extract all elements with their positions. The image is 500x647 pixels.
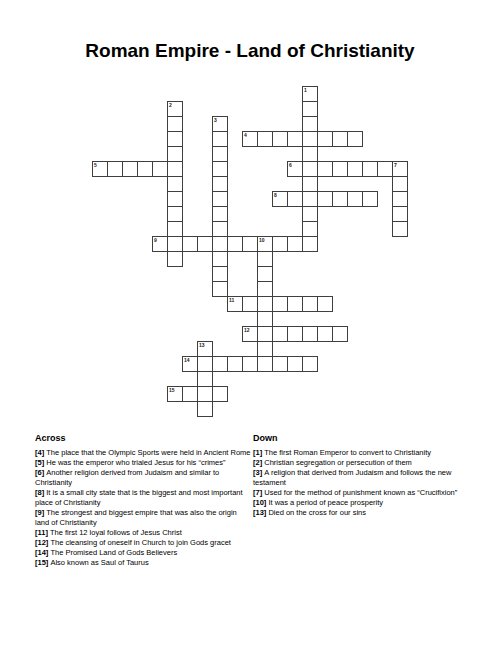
- clue-down-3: [3] A religion that derived from Judaism…: [253, 468, 469, 488]
- grid-cell-r7c15[interactable]: [317, 191, 333, 207]
- clue-text: It was a period of peace prosperity: [268, 498, 383, 507]
- grid-cell-r1c14[interactable]: [302, 101, 318, 117]
- grid-cell-r9c20[interactable]: [392, 221, 408, 237]
- grid-cell-r9c5[interactable]: [167, 221, 183, 237]
- clue-number: [12]: [35, 538, 50, 547]
- grid-cell-r5c16[interactable]: [332, 161, 348, 177]
- grid-cell-r18c6[interactable]: 14: [182, 356, 198, 372]
- clue-number: [1]: [253, 448, 264, 457]
- clue-text: The strongest and biggest empire that wa…: [35, 508, 237, 527]
- grid-cell-r3c12[interactable]: [272, 131, 288, 147]
- clue-down-1: [1] The first Roman Emperor to convert t…: [253, 448, 469, 458]
- clue-text: Used for the method of punishment known …: [264, 488, 457, 497]
- cell-number-11: 11: [229, 297, 234, 303]
- grid-cell-r14c11[interactable]: [257, 296, 273, 312]
- clue-across-5: [5] He was the emperor who trialed Jesus…: [35, 458, 251, 468]
- grid-cell-r20c7[interactable]: [197, 386, 213, 402]
- grid-cell-r7c18[interactable]: [362, 191, 378, 207]
- cell-number-3: 3: [214, 117, 217, 123]
- clue-text: Another religion derived from Judaism an…: [35, 468, 219, 487]
- clue-text: A religion that derived from Judaism and…: [253, 468, 451, 487]
- grid-cell-r6c8[interactable]: [212, 176, 228, 192]
- clue-down-7: [7] Used for the method of punishment kn…: [253, 488, 469, 498]
- grid-cell-r5c18[interactable]: [362, 161, 378, 177]
- cell-number-14: 14: [184, 357, 190, 363]
- grid-cell-r1c5[interactable]: 2: [167, 101, 183, 117]
- grid-cell-r8c8[interactable]: [212, 206, 228, 222]
- clue-across-6: [6] Another religion derived from Judais…: [35, 468, 251, 488]
- grid-cell-r5c14[interactable]: [302, 161, 318, 177]
- grid-cell-r5c8[interactable]: [212, 161, 228, 177]
- grid-cell-r4c14[interactable]: [302, 146, 318, 162]
- grid-cell-r5c1[interactable]: [107, 161, 123, 177]
- grid-cell-r5c20[interactable]: 7: [392, 161, 408, 177]
- grid-cell-r5c13[interactable]: 6: [287, 161, 303, 177]
- clue-text: It is a small city state that is the big…: [35, 488, 243, 507]
- clue-text: Died on the cross for our sins: [268, 508, 366, 517]
- clue-text: Christian segregation or persecution of …: [264, 458, 412, 467]
- clue-down-2: [2] Christian segregation or persecution…: [253, 458, 469, 468]
- grid-cell-r3c5[interactable]: [167, 131, 183, 147]
- grid-cell-r13c11[interactable]: [257, 281, 273, 297]
- cell-number-12: 12: [244, 327, 250, 333]
- grid-cell-r16c13[interactable]: [287, 326, 303, 342]
- grid-cell-r7c8[interactable]: [212, 191, 228, 207]
- clue-text: The place that the Olympic Sports were h…: [46, 448, 250, 457]
- clue-across-15: [15] Also known as Saul of Taurus: [35, 558, 251, 568]
- grid-cell-r8c20[interactable]: [392, 206, 408, 222]
- clue-across-8: [8] It is a small city state that is the…: [35, 488, 251, 508]
- clue-text: The Promised Land of Gods Believers: [50, 548, 177, 557]
- grid-cell-r5c4[interactable]: [152, 161, 168, 177]
- clue-number: [15]: [35, 558, 50, 567]
- grid-cell-r4c8[interactable]: [212, 146, 228, 162]
- grid-cell-r18c9[interactable]: [227, 356, 243, 372]
- grid-cell-r7c13[interactable]: [287, 191, 303, 207]
- cell-number-4: 4: [244, 132, 247, 138]
- clue-number: [3]: [253, 468, 264, 477]
- clue-number: [9]: [35, 508, 46, 517]
- clue-number: [14]: [35, 548, 50, 557]
- grid-cell-r10c13[interactable]: [287, 236, 303, 252]
- grid-cell-r16c10[interactable]: 12: [242, 326, 258, 342]
- grid-cell-r6c20[interactable]: [392, 176, 408, 192]
- grid-cell-r10c6[interactable]: [182, 236, 198, 252]
- grid-cell-r20c6[interactable]: [182, 386, 198, 402]
- grid-cell-r12c8[interactable]: [212, 266, 228, 282]
- grid-cell-r7c14[interactable]: [302, 191, 318, 207]
- grid-cell-r11c8[interactable]: [212, 251, 228, 267]
- grid-cell-r3c16[interactable]: [332, 131, 348, 147]
- crossword-page: Roman Empire - Land of Christianity 1234…: [0, 0, 500, 647]
- clue-across-4: [4] The place that the Olympic Sports we…: [35, 448, 251, 458]
- cell-number-1: 1: [304, 87, 307, 93]
- grid-cell-r5c15[interactable]: [317, 161, 333, 177]
- grid-cell-r18c7[interactable]: [197, 356, 213, 372]
- clue-across-12: [12] The cleansing of oneself in Church …: [35, 538, 251, 548]
- grid-cell-r7c17[interactable]: [347, 191, 363, 207]
- grid-cell-r10c8[interactable]: [212, 236, 228, 252]
- grid-cell-r10c4[interactable]: 9: [152, 236, 168, 252]
- grid-cell-r10c7[interactable]: [197, 236, 213, 252]
- grid-cell-r7c12[interactable]: 8: [272, 191, 288, 207]
- grid-cell-r8c14[interactable]: [302, 206, 318, 222]
- cell-number-8: 8: [274, 192, 277, 198]
- cell-number-10: 10: [259, 237, 265, 243]
- down-clue-list: [1] The first Roman Emperor to convert t…: [253, 448, 469, 518]
- grid-cell-r18c8[interactable]: [212, 356, 228, 372]
- grid-cell-r21c7[interactable]: [197, 401, 213, 417]
- grid-cell-r11c5[interactable]: [167, 251, 183, 267]
- grid-cell-r14c12[interactable]: [272, 296, 288, 312]
- grid-cell-r18c14[interactable]: [302, 356, 318, 372]
- grid-cell-r14c13[interactable]: [287, 296, 303, 312]
- clue-number: [7]: [253, 488, 264, 497]
- grid-cell-r4c5[interactable]: [167, 146, 183, 162]
- grid-cell-r10c5[interactable]: [167, 236, 183, 252]
- clue-text: The first Roman Emperor to convert to Ch…: [264, 448, 431, 457]
- grid-cell-r3c17[interactable]: [347, 131, 363, 147]
- clue-down-13: [13] Died on the cross for our sins: [253, 508, 469, 518]
- crossword-grid: 123456789101112131415: [92, 86, 409, 418]
- down-clues-section: Down [1] The first Roman Emperor to conv…: [253, 433, 469, 518]
- grid-cell-r3c13[interactable]: [287, 131, 303, 147]
- clue-number: [11]: [35, 528, 50, 537]
- clue-text: The first 12 loyal follows of Jesus Chri…: [50, 528, 182, 537]
- grid-cell-r7c20[interactable]: [392, 191, 408, 207]
- grid-cell-r18c10[interactable]: [242, 356, 258, 372]
- cell-number-9: 9: [154, 237, 157, 243]
- down-header: Down: [253, 433, 469, 443]
- grid-cell-r2c14[interactable]: [302, 116, 318, 132]
- clue-number: [5]: [35, 458, 46, 467]
- grid-cell-r0c14[interactable]: 1: [302, 86, 318, 102]
- clue-number: [10]: [253, 498, 268, 507]
- grid-cell-r10c14[interactable]: [302, 236, 318, 252]
- grid-cell-r7c5[interactable]: [167, 191, 183, 207]
- grid-cell-r18c12[interactable]: [272, 356, 288, 372]
- grid-cell-r9c8[interactable]: [212, 221, 228, 237]
- grid-cell-r6c14[interactable]: [302, 176, 318, 192]
- grid-cell-r14c14[interactable]: [302, 296, 318, 312]
- clue-number: [2]: [253, 458, 264, 467]
- grid-cell-r17c7[interactable]: 13: [197, 341, 213, 357]
- grid-cell-r5c19[interactable]: [377, 161, 393, 177]
- grid-cell-r5c5[interactable]: [167, 161, 183, 177]
- grid-cell-r5c3[interactable]: [137, 161, 153, 177]
- cell-number-2: 2: [169, 102, 172, 108]
- grid-cell-r14c15[interactable]: [317, 296, 333, 312]
- cell-number-5: 5: [94, 162, 97, 168]
- page-title: Roman Empire - Land of Christianity: [0, 40, 500, 62]
- clue-down-10: [10] It was a period of peace prosperity: [253, 498, 469, 508]
- cell-number-7: 7: [394, 162, 397, 168]
- grid-cell-r16c11[interactable]: [257, 326, 273, 342]
- clue-across-14: [14] The Promised Land of Gods Believers: [35, 548, 251, 558]
- grid-cell-r18c11[interactable]: [257, 356, 273, 372]
- grid-cell-r6c5[interactable]: [167, 176, 183, 192]
- grid-cell-r17c11[interactable]: [257, 341, 273, 357]
- across-clue-list: [4] The place that the Olympic Sports we…: [35, 448, 251, 568]
- grid-cell-r20c5[interactable]: 15: [167, 386, 183, 402]
- grid-cell-r9c14[interactable]: [302, 221, 318, 237]
- cell-number-6: 6: [289, 162, 292, 168]
- grid-cell-r3c8[interactable]: [212, 131, 228, 147]
- grid-cell-r20c8[interactable]: [212, 386, 228, 402]
- cell-number-13: 13: [199, 342, 205, 348]
- grid-cell-r3c14[interactable]: [302, 131, 318, 147]
- grid-cell-r5c2[interactable]: [122, 161, 138, 177]
- grid-cell-r2c5[interactable]: [167, 116, 183, 132]
- grid-cell-r7c16[interactable]: [332, 191, 348, 207]
- grid-cell-r3c11[interactable]: [257, 131, 273, 147]
- grid-cell-r8c5[interactable]: [167, 206, 183, 222]
- clue-text: Also known as Saul of Taurus: [50, 558, 148, 567]
- grid-cell-r14c10[interactable]: [242, 296, 258, 312]
- grid-cell-r16c14[interactable]: [302, 326, 318, 342]
- grid-cell-r16c15[interactable]: [317, 326, 333, 342]
- grid-cell-r5c0[interactable]: 5: [92, 161, 108, 177]
- grid-cell-r10c11[interactable]: 10: [257, 236, 273, 252]
- grid-cell-r16c12[interactable]: [272, 326, 288, 342]
- clue-number: [4]: [35, 448, 46, 457]
- grid-cell-r16c16[interactable]: [332, 326, 348, 342]
- grid-cell-r18c13[interactable]: [287, 356, 303, 372]
- clue-number: [6]: [35, 468, 46, 477]
- grid-cell-r3c10[interactable]: 4: [242, 131, 258, 147]
- grid-cell-r2c8[interactable]: 3: [212, 116, 228, 132]
- grid-cell-r10c9[interactable]: [227, 236, 243, 252]
- grid-cell-r10c10[interactable]: [242, 236, 258, 252]
- grid-cell-r10c12[interactable]: [272, 236, 288, 252]
- across-clues-section: Across [4] The place that the Olympic Sp…: [35, 433, 251, 568]
- clue-text: The cleansing of oneself in Church to jo…: [50, 538, 231, 547]
- across-header: Across: [35, 433, 251, 443]
- grid-cell-r3c15[interactable]: [317, 131, 333, 147]
- cell-number-15: 15: [169, 387, 175, 393]
- grid-cell-r13c8[interactable]: [212, 281, 228, 297]
- grid-cell-r12c11[interactable]: [257, 266, 273, 282]
- clue-across-11: [11] The first 12 loyal follows of Jesus…: [35, 528, 251, 538]
- grid-cell-r5c17[interactable]: [347, 161, 363, 177]
- clue-text: He was the emperor who trialed Jesus for…: [46, 458, 225, 467]
- grid-cell-r19c7[interactable]: [197, 371, 213, 387]
- clue-number: [13]: [253, 508, 268, 517]
- grid-cell-r11c11[interactable]: [257, 251, 273, 267]
- clue-number: [8]: [35, 488, 46, 497]
- grid-cell-r14c9[interactable]: 11: [227, 296, 243, 312]
- grid-cell-r15c11[interactable]: [257, 311, 273, 327]
- clue-across-9: [9] The strongest and biggest empire tha…: [35, 508, 251, 528]
